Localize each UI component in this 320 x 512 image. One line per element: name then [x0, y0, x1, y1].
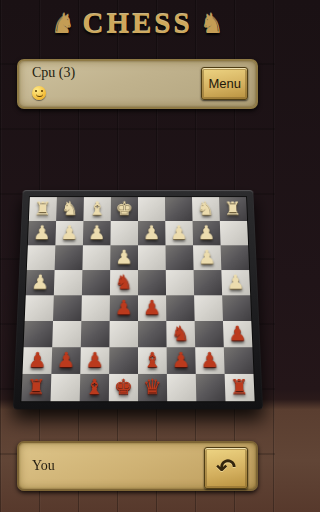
- square-f6[interactable]: [165, 245, 193, 270]
- square-f5[interactable]: [165, 270, 193, 295]
- knight-logo-left-icon: ♞: [51, 10, 75, 37]
- red-knight: ♞: [109, 270, 137, 295]
- square-f4[interactable]: [166, 295, 195, 321]
- square-e4[interactable]: ♟: [138, 295, 166, 321]
- red-pawn: ♟: [51, 347, 80, 374]
- smiley-wink-icon: [32, 86, 46, 100]
- square-b8[interactable]: ♞: [56, 197, 84, 221]
- red-bishop: ♝: [138, 347, 167, 374]
- square-c8[interactable]: ♝: [83, 197, 111, 221]
- square-d1[interactable]: ♚: [108, 374, 137, 401]
- square-e2[interactable]: ♝: [138, 347, 167, 374]
- square-b2[interactable]: ♟: [51, 347, 80, 374]
- white-pawn: ♟: [110, 245, 138, 270]
- square-a3[interactable]: [23, 321, 52, 347]
- square-b5[interactable]: [53, 270, 82, 295]
- square-c2[interactable]: ♟: [80, 347, 109, 374]
- square-b1[interactable]: [50, 374, 80, 401]
- square-g2[interactable]: ♟: [195, 347, 224, 374]
- square-d2[interactable]: [109, 347, 138, 374]
- white-pawn: ♟: [138, 221, 166, 245]
- white-knight: ♞: [192, 197, 220, 221]
- white-pawn: ♟: [193, 245, 221, 270]
- square-a7[interactable]: ♟: [27, 221, 55, 245]
- square-a6[interactable]: [26, 245, 55, 270]
- white-pawn: ♟: [55, 221, 83, 245]
- square-d8[interactable]: ♚: [110, 197, 137, 221]
- square-c6[interactable]: [82, 245, 110, 270]
- chess-board: ♜♞♝♚♞♜♟♟♟♟♟♟♟♟♟♞♟♟♟♞♟♟♟♟♝♟♟♜♝♚♛♜: [20, 196, 255, 402]
- white-pawn: ♟: [165, 221, 193, 245]
- red-queen: ♛: [138, 374, 167, 401]
- square-g8[interactable]: ♞: [192, 197, 220, 221]
- square-g4[interactable]: [194, 295, 223, 321]
- red-pawn: ♟: [166, 347, 195, 374]
- square-h4[interactable]: [222, 295, 251, 321]
- red-pawn: ♟: [80, 347, 109, 374]
- square-g7[interactable]: ♟: [192, 221, 220, 245]
- square-h1[interactable]: ♜: [224, 374, 254, 401]
- white-knight: ♞: [56, 197, 84, 221]
- square-f8[interactable]: [165, 197, 193, 221]
- app-title: CHESS: [82, 7, 192, 40]
- square-d4[interactable]: ♟: [109, 295, 137, 321]
- white-pawn: ♟: [82, 221, 110, 245]
- square-a4[interactable]: [24, 295, 53, 321]
- red-knight: ♞: [166, 321, 195, 347]
- square-h6[interactable]: [220, 245, 249, 270]
- square-b3[interactable]: [52, 321, 81, 347]
- opponent-name: Cpu (3): [32, 65, 75, 81]
- square-b4[interactable]: [53, 295, 82, 321]
- white-pawn: ♟: [221, 270, 250, 295]
- square-f2[interactable]: ♟: [166, 347, 195, 374]
- square-c4[interactable]: [81, 295, 110, 321]
- square-h2[interactable]: [223, 347, 253, 374]
- square-e1[interactable]: ♛: [138, 374, 167, 401]
- square-e6[interactable]: [138, 245, 166, 270]
- square-c1[interactable]: ♝: [79, 374, 108, 401]
- menu-button[interactable]: Menu: [201, 67, 248, 100]
- red-rook: ♜: [21, 374, 51, 401]
- square-a2[interactable]: ♟: [22, 347, 52, 374]
- square-d3[interactable]: [109, 321, 138, 347]
- square-g3[interactable]: [194, 321, 223, 347]
- square-a1[interactable]: ♜: [21, 374, 51, 401]
- square-e8[interactable]: [138, 197, 165, 221]
- square-c3[interactable]: [80, 321, 109, 347]
- square-f3[interactable]: ♞: [166, 321, 195, 347]
- square-h3[interactable]: ♟: [222, 321, 251, 347]
- square-f7[interactable]: ♟: [165, 221, 193, 245]
- white-rook: ♜: [219, 197, 247, 221]
- red-pawn: ♟: [138, 295, 166, 321]
- app-header: ♞ CHESS ♞: [0, 0, 275, 46]
- square-h7[interactable]: [219, 221, 247, 245]
- undo-button[interactable]: ↶: [204, 447, 248, 489]
- square-g6[interactable]: ♟: [193, 245, 221, 270]
- square-c7[interactable]: ♟: [82, 221, 110, 245]
- white-pawn: ♟: [192, 221, 220, 245]
- square-a5[interactable]: ♟: [25, 270, 54, 295]
- red-pawn: ♟: [22, 347, 52, 374]
- square-g1[interactable]: [195, 374, 225, 401]
- undo-icon: ↶: [216, 456, 236, 480]
- square-e7[interactable]: ♟: [138, 221, 166, 245]
- white-pawn: ♟: [25, 270, 54, 295]
- white-king: ♚: [110, 197, 137, 221]
- white-pawn: ♟: [27, 221, 55, 245]
- red-pawn: ♟: [195, 347, 224, 374]
- white-rook: ♜: [28, 197, 56, 221]
- player-name: You: [32, 458, 55, 474]
- square-h5[interactable]: ♟: [221, 270, 250, 295]
- square-c5[interactable]: [81, 270, 109, 295]
- red-king: ♚: [108, 374, 137, 401]
- red-bishop: ♝: [79, 374, 108, 401]
- white-bishop: ♝: [83, 197, 111, 221]
- square-d6[interactable]: ♟: [110, 245, 138, 270]
- square-b6[interactable]: [54, 245, 82, 270]
- player-panel: You ↶: [17, 441, 258, 491]
- square-e3[interactable]: [138, 321, 167, 347]
- red-pawn: ♟: [222, 321, 251, 347]
- square-g5[interactable]: [193, 270, 222, 295]
- square-b7[interactable]: ♟: [55, 221, 83, 245]
- square-a8[interactable]: ♜: [28, 197, 56, 221]
- knight-logo-right-icon: ♞: [200, 10, 224, 37]
- square-d7[interactable]: [110, 221, 138, 245]
- board-frame: ♜♞♝♚♞♜♟♟♟♟♟♟♟♟♟♞♟♟♟♞♟♟♟♟♝♟♟♜♝♚♛♜: [12, 190, 262, 409]
- square-e5[interactable]: [138, 270, 166, 295]
- opponent-panel: Cpu (3) Menu: [17, 59, 258, 109]
- red-pawn: ♟: [109, 295, 137, 321]
- board-zone: ♜♞♝♚♞♜♟♟♟♟♟♟♟♟♟♞♟♟♟♞♟♟♟♟♝♟♟♜♝♚♛♜: [0, 177, 275, 409]
- square-h8[interactable]: ♜: [219, 197, 247, 221]
- square-f1[interactable]: [166, 374, 195, 401]
- square-d5[interactable]: ♞: [109, 270, 137, 295]
- red-rook: ♜: [224, 374, 254, 401]
